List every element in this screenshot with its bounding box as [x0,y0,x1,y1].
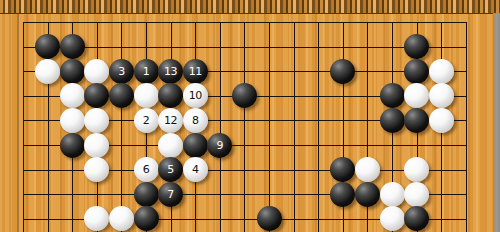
black-stone[interactable] [404,59,429,84]
white-stone[interactable] [109,206,134,231]
white-stone-move-6[interactable]: 6 [134,157,159,182]
black-stone-move-13[interactable]: 13 [158,59,183,84]
white-stone[interactable] [84,206,109,231]
move-number: 8 [192,114,199,125]
move-number: 10 [189,90,202,101]
stones-layer: 31131110212896547 [0,0,500,232]
black-stone[interactable] [134,182,159,207]
black-stone[interactable] [134,206,159,231]
board-right-edge [493,13,500,232]
black-stone[interactable] [330,182,355,207]
move-number: 6 [143,164,150,175]
white-stone[interactable] [60,108,85,133]
black-stone[interactable] [60,34,85,59]
move-number: 2 [143,114,150,125]
move-number: 7 [167,188,174,199]
go-board-diagram[interactable]: 31131110212896547 [0,0,500,232]
white-stone[interactable] [158,133,183,158]
white-stone[interactable] [134,83,159,108]
move-number: 9 [217,139,224,150]
white-stone[interactable] [84,108,109,133]
black-stone[interactable] [109,83,134,108]
move-number: 4 [192,164,199,175]
black-stone-move-3[interactable]: 3 [109,59,134,84]
white-stone[interactable] [84,133,109,158]
white-stone-move-2[interactable]: 2 [134,108,159,133]
black-stone[interactable] [330,59,355,84]
white-stone[interactable] [380,182,405,207]
white-stone[interactable] [60,83,85,108]
black-stone[interactable] [60,133,85,158]
white-stone-move-12[interactable]: 12 [158,108,183,133]
black-stone-move-7[interactable]: 7 [158,182,183,207]
white-stone[interactable] [404,83,429,108]
white-stone[interactable] [429,83,454,108]
black-stone[interactable] [232,83,257,108]
white-stone[interactable] [404,157,429,182]
black-stone[interactable] [158,83,183,108]
black-stone[interactable] [183,133,208,158]
white-stone[interactable] [380,206,405,231]
move-number: 1 [143,65,150,76]
black-stone-move-11[interactable]: 11 [183,59,208,84]
move-number: 5 [167,164,174,175]
white-stone[interactable] [429,59,454,84]
white-stone[interactable] [84,157,109,182]
move-number: 11 [189,65,202,76]
black-stone[interactable] [330,157,355,182]
black-stone[interactable] [380,83,405,108]
black-stone[interactable] [404,34,429,59]
black-stone[interactable] [257,206,282,231]
white-stone[interactable] [429,108,454,133]
black-stone[interactable] [355,182,380,207]
white-stone-move-4[interactable]: 4 [183,157,208,182]
black-stone[interactable] [404,108,429,133]
black-stone[interactable] [60,59,85,84]
white-stone-move-8[interactable]: 8 [183,108,208,133]
white-stone[interactable] [35,59,60,84]
white-stone[interactable] [404,182,429,207]
black-stone-move-5[interactable]: 5 [158,157,183,182]
move-number: 3 [118,65,125,76]
black-stone[interactable] [380,108,405,133]
black-stone[interactable] [84,83,109,108]
white-stone[interactable] [355,157,380,182]
move-number: 12 [164,114,177,125]
black-stone[interactable] [404,206,429,231]
white-stone[interactable] [84,59,109,84]
black-stone[interactable] [35,34,60,59]
move-number: 13 [164,65,177,76]
black-stone-move-1[interactable]: 1 [134,59,159,84]
white-stone-move-10[interactable]: 10 [183,83,208,108]
black-stone-move-9[interactable]: 9 [207,133,232,158]
